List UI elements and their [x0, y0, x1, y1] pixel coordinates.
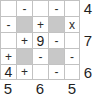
operator-cell-r3c4: -	[64, 48, 80, 64]
operator-cell-r0c3: -	[48, 0, 64, 16]
entry-cell-r4c4[interactable]	[64, 64, 80, 80]
operator-cell-r3c0: +	[0, 48, 16, 64]
operator-cell-r3c2: -	[32, 48, 48, 64]
entry-cell-r4c2[interactable]	[32, 64, 48, 80]
operator-cell-r4c3: -	[48, 64, 64, 80]
operator-cell-r1c4: x	[64, 16, 80, 32]
blocked-cell-r1c1	[16, 16, 32, 32]
blocked-cell-r3c3	[48, 48, 64, 64]
operator-cell-r4c1: +	[16, 64, 32, 80]
col-target-c1	[16, 80, 32, 96]
row-target-r4: 6	[80, 64, 96, 80]
col-target-c2: 6	[32, 80, 48, 96]
row-target-r3	[80, 48, 96, 64]
col-target-c0: 5	[0, 80, 16, 96]
given-cell-r2c2: 9	[32, 32, 48, 48]
operator-cell-r0c1: -	[16, 0, 32, 16]
operator-cell-r1c0: -	[0, 16, 16, 32]
entry-cell-r0c2[interactable]	[32, 0, 48, 16]
math-square-board: - - 4 - + x + 9 - 7 + - - 4 + - 6 5 6 5	[0, 0, 96, 96]
operator-cell-r1c2: +	[32, 16, 48, 32]
operator-cell-r2c1: +	[16, 32, 32, 48]
row-target-r2: 7	[80, 32, 96, 48]
entry-cell-r2c0[interactable]	[0, 32, 16, 48]
operator-cell-r2c3: -	[48, 32, 64, 48]
entry-cell-r2c4[interactable]	[64, 32, 80, 48]
col-target-c3	[48, 80, 64, 96]
row-target-r1	[80, 16, 96, 32]
row-target-r0: 4	[80, 0, 96, 16]
corner-spacer	[80, 80, 96, 96]
entry-cell-r0c0[interactable]	[0, 0, 16, 16]
blocked-cell-r3c1	[16, 48, 32, 64]
col-target-c4: 5	[64, 80, 80, 96]
given-cell-r4c0: 4	[0, 64, 16, 80]
blocked-cell-r1c3	[48, 16, 64, 32]
entry-cell-r0c4[interactable]	[64, 0, 80, 16]
